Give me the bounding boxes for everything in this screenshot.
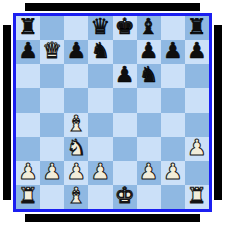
square-d2[interactable]: ♟	[88, 161, 112, 185]
square-e5[interactable]	[113, 88, 137, 112]
piece-white-pawn[interactable]: ♟	[18, 161, 38, 183]
chess-app: ♜♛♚♝♜♟♛♟♞♟♟♟♟♞♝♞♟♟♟♟♟♟♟♜♝♚♜	[0, 0, 225, 225]
shadow-bar-left	[3, 25, 11, 200]
board-frame: ♜♛♚♝♜♟♛♟♞♟♟♟♟♞♝♞♟♟♟♟♟♟♟♜♝♚♜	[13, 13, 212, 212]
square-e1[interactable]: ♚	[113, 185, 137, 209]
piece-black-pawn[interactable]: ♟	[139, 40, 159, 62]
piece-black-rook[interactable]: ♜	[18, 16, 38, 38]
square-d7[interactable]: ♞	[88, 40, 112, 64]
square-a5[interactable]	[16, 88, 40, 112]
piece-black-knight[interactable]: ♞	[139, 64, 159, 86]
piece-black-king[interactable]: ♚	[115, 16, 135, 38]
square-d3[interactable]	[88, 137, 112, 161]
square-e4[interactable]	[113, 113, 137, 137]
square-c7[interactable]: ♟	[64, 40, 88, 64]
piece-white-pawn[interactable]: ♟	[42, 161, 62, 183]
square-b8[interactable]	[40, 16, 64, 40]
square-d4[interactable]	[88, 113, 112, 137]
square-e2[interactable]	[113, 161, 137, 185]
piece-white-pawn[interactable]: ♟	[91, 161, 111, 183]
square-e3[interactable]	[113, 137, 137, 161]
piece-white-pawn[interactable]: ♟	[139, 161, 159, 183]
piece-white-bishop[interactable]: ♝	[66, 113, 86, 135]
square-b7[interactable]: ♛	[40, 40, 64, 64]
piece-black-pawn[interactable]: ♟	[163, 40, 183, 62]
square-g6[interactable]	[161, 64, 185, 88]
square-c5[interactable]	[64, 88, 88, 112]
square-f2[interactable]: ♟	[137, 161, 161, 185]
square-e8[interactable]: ♚	[113, 16, 137, 40]
square-d5[interactable]	[88, 88, 112, 112]
square-h1[interactable]: ♜	[185, 185, 209, 209]
square-c2[interactable]: ♟	[64, 161, 88, 185]
square-c3[interactable]: ♞	[64, 137, 88, 161]
piece-black-pawn[interactable]: ♟	[18, 40, 38, 62]
square-h8[interactable]: ♜	[185, 16, 209, 40]
piece-black-bishop[interactable]: ♝	[139, 16, 159, 38]
piece-black-pawn[interactable]: ♟	[115, 64, 135, 86]
square-g4[interactable]	[161, 113, 185, 137]
square-f7[interactable]: ♟	[137, 40, 161, 64]
square-a3[interactable]	[16, 137, 40, 161]
square-a2[interactable]: ♟	[16, 161, 40, 185]
piece-black-pawn[interactable]: ♟	[187, 40, 207, 62]
square-e6[interactable]: ♟	[113, 64, 137, 88]
piece-white-knight[interactable]: ♞	[66, 137, 86, 159]
square-d8[interactable]: ♛	[88, 16, 112, 40]
square-h2[interactable]	[185, 161, 209, 185]
square-g7[interactable]: ♟	[161, 40, 185, 64]
square-h7[interactable]: ♟	[185, 40, 209, 64]
square-d1[interactable]	[88, 185, 112, 209]
piece-black-queen[interactable]: ♛	[91, 16, 111, 38]
square-g3[interactable]	[161, 137, 185, 161]
square-h5[interactable]	[185, 88, 209, 112]
square-b5[interactable]	[40, 88, 64, 112]
piece-black-rook[interactable]: ♜	[187, 16, 207, 38]
square-f4[interactable]	[137, 113, 161, 137]
square-g2[interactable]: ♟	[161, 161, 185, 185]
square-b4[interactable]	[40, 113, 64, 137]
square-a6[interactable]	[16, 64, 40, 88]
square-f6[interactable]: ♞	[137, 64, 161, 88]
square-f8[interactable]: ♝	[137, 16, 161, 40]
square-h4[interactable]	[185, 113, 209, 137]
piece-black-pawn[interactable]: ♟	[66, 40, 86, 62]
square-b2[interactable]: ♟	[40, 161, 64, 185]
square-f1[interactable]	[137, 185, 161, 209]
piece-white-pawn[interactable]: ♟	[66, 161, 86, 183]
piece-white-pawn[interactable]: ♟	[163, 161, 183, 183]
square-h3[interactable]: ♟	[185, 137, 209, 161]
piece-white-rook[interactable]: ♜	[18, 185, 38, 207]
square-b1[interactable]	[40, 185, 64, 209]
piece-white-pawn[interactable]: ♟	[187, 137, 207, 159]
square-a1[interactable]: ♜	[16, 185, 40, 209]
shadow-bar-top	[25, 3, 200, 11]
square-c6[interactable]	[64, 64, 88, 88]
square-b6[interactable]	[40, 64, 64, 88]
square-c4[interactable]: ♝	[64, 113, 88, 137]
square-g5[interactable]	[161, 88, 185, 112]
piece-black-knight[interactable]: ♞	[91, 40, 111, 62]
square-h6[interactable]	[185, 64, 209, 88]
piece-white-bishop[interactable]: ♝	[66, 185, 86, 207]
square-c1[interactable]: ♝	[64, 185, 88, 209]
shadow-bar-right	[214, 25, 222, 200]
square-a4[interactable]	[16, 113, 40, 137]
square-f5[interactable]	[137, 88, 161, 112]
square-c8[interactable]	[64, 16, 88, 40]
square-g1[interactable]	[161, 185, 185, 209]
square-a8[interactable]: ♜	[16, 16, 40, 40]
square-b3[interactable]	[40, 137, 64, 161]
square-f3[interactable]	[137, 137, 161, 161]
chess-board: ♜♛♚♝♜♟♛♟♞♟♟♟♟♞♝♞♟♟♟♟♟♟♟♜♝♚♜	[16, 16, 209, 209]
square-a7[interactable]: ♟	[16, 40, 40, 64]
piece-white-king[interactable]: ♚	[115, 185, 135, 207]
piece-white-queen[interactable]: ♛	[42, 40, 62, 62]
shadow-bar-bottom	[25, 214, 200, 222]
square-d6[interactable]	[88, 64, 112, 88]
square-g8[interactable]	[161, 16, 185, 40]
square-e7[interactable]	[113, 40, 137, 64]
piece-white-rook[interactable]: ♜	[187, 185, 207, 207]
